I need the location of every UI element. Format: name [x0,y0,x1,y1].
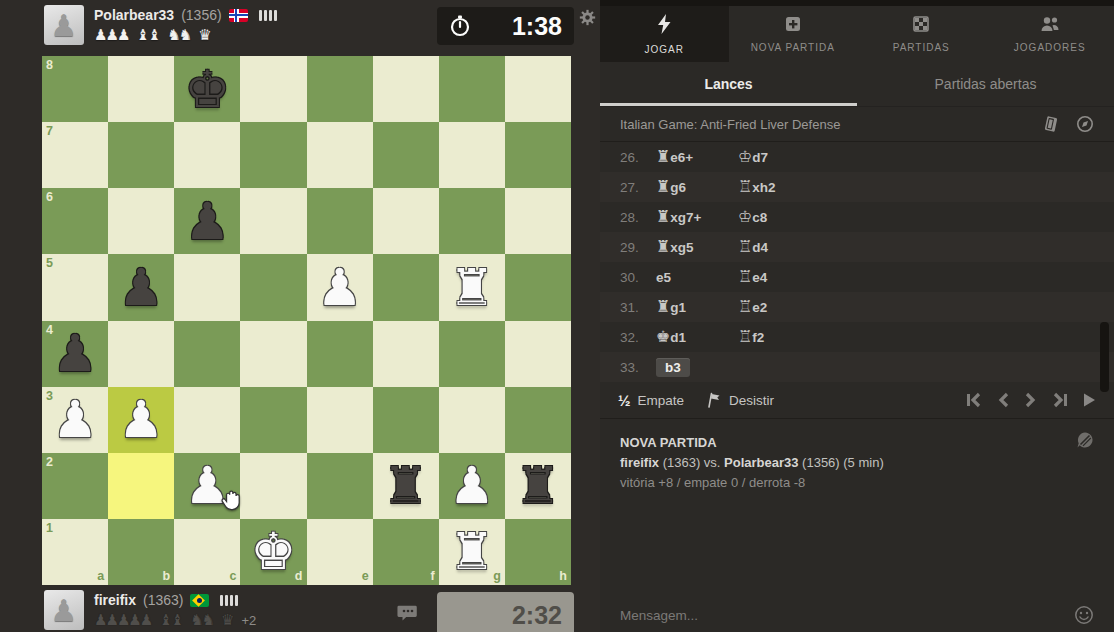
white-figurine-icon: ♜ [656,207,670,226]
white-rook-g1[interactable]: ♜ [439,519,505,585]
message-input[interactable]: Mensagem... [620,608,1074,623]
square-g1[interactable]: g♜ [439,519,505,585]
square-f8[interactable] [373,56,439,122]
square-h6[interactable] [505,188,571,254]
square-e4[interactable] [307,321,373,387]
square-e1[interactable]: e [307,519,373,585]
move-number: 29. [620,240,656,255]
square-d4[interactable] [240,321,306,387]
square-g4[interactable] [439,321,505,387]
chat-rating-line: vitória +8 / empate 0 / derrota -8 [620,475,1094,490]
square-f1[interactable]: f [373,519,439,585]
square-g8[interactable] [439,56,505,122]
half-point-icon: ½ [618,392,631,409]
black-move[interactable]: ♖d4 [738,239,820,255]
black-figurine-icon: ♔ [738,147,752,166]
brazil-flag-icon [190,594,209,607]
white-figurine-icon: ♜ [656,147,670,166]
tab-label: NOVA PARTIDA [751,42,835,53]
norway-flag-icon [229,9,248,22]
tab-partidas[interactable]: PARTIDAS [857,6,986,62]
white-figurine-icon: ♚ [656,327,670,346]
opening-book-icon[interactable] [1042,115,1060,133]
black-figurine-icon: ♖ [738,177,752,196]
square-g6[interactable] [439,188,505,254]
square-a7[interactable]: 7 [42,122,108,188]
square-b7[interactable] [108,122,174,188]
square-b2[interactable] [108,453,174,519]
white-move[interactable]: ♜xg5 [656,239,738,255]
hand-cursor-icon [219,487,245,517]
bottom-captured-pieces: ♟♟♟♟♟♝♝♞♞♛ [94,613,233,628]
chat-game-line: fireifix (1363) vs. Polarbear33 (1356) (… [620,455,1094,470]
captured-group: ♝♝ [136,28,159,43]
nav-autoplay-icon[interactable] [1082,392,1096,408]
move-navigation [966,392,1096,408]
square-g5[interactable]: ♜ [439,254,505,320]
top-player-name[interactable]: Polarbear33 [94,7,174,23]
square-e5[interactable]: ♟ [307,254,373,320]
sub-tabs: Lances Partidas abertas [600,62,1114,107]
file-label-a: a [97,570,104,583]
white-pawn-a3[interactable]: ♟ [42,387,108,453]
rank-label-5: 5 [46,257,53,270]
top-player-avatar[interactable]: ♟ [44,5,84,45]
move-row-29: 29.♜xg5♖d4 [600,232,1114,262]
top-captured-pieces: ♟♟♟♝♝♞♞♛ [94,28,210,43]
square-f4[interactable] [373,321,439,387]
white-figurine-icon: ♜ [656,297,670,316]
square-a5[interactable]: 5 [42,254,108,320]
players-icon [1040,16,1060,36]
square-d5[interactable] [240,254,306,320]
draw-offer-button[interactable]: ½ Empate [618,392,684,409]
message-input-row: Mensagem... [600,598,1114,632]
clock-icon [449,14,471,38]
captured-group: ♞♞ [190,613,213,628]
square-h4[interactable] [505,321,571,387]
white-figurine-icon: ♜ [656,177,670,196]
captured-group: ♟♟♟ [94,28,128,43]
top-clock-time: 1:38 [512,12,562,41]
move-row-33: 33.b3 [600,352,1114,382]
emoji-smiley-icon[interactable] [1074,605,1094,625]
file-label-c: c [229,570,236,583]
square-d7[interactable] [240,122,306,188]
game-controls: ½ Empate Desistir [600,382,1114,419]
move-row-32: 32.♚d1♖f2 [600,322,1114,352]
square-f2[interactable]: ♜ [373,453,439,519]
tab-lances[interactable]: Lances [600,62,857,106]
bottom-player-rating: (1363) [143,592,183,608]
white-move[interactable]: ♜g6 [656,179,738,195]
square-c6[interactable]: ♟ [174,188,240,254]
chat-game-header: NOVA PARTIDA [620,435,1094,450]
tab-partidas-abertas[interactable]: Partidas abertas [857,62,1114,106]
move-number: 26. [620,150,656,165]
captured-group: ♞♞ [167,28,190,43]
black-move[interactable]: ♔c8 [738,209,820,225]
square-g7[interactable] [439,122,505,188]
move-number: 32. [620,330,656,345]
black-pawn-c6[interactable]: ♟ [174,188,240,254]
move-row-30: 30.e5♖e4 [600,262,1114,292]
move-number: 33. [620,360,656,375]
square-b3[interactable]: ♟ [108,387,174,453]
square-c5[interactable] [174,254,240,320]
square-a4[interactable]: 4♟ [42,321,108,387]
tab-label: JOGAR [645,44,684,55]
square-h8[interactable] [505,56,571,122]
connection-bars-icon [259,10,277,21]
nav-prev-icon[interactable] [997,392,1010,408]
square-h2[interactable]: ♜ [505,453,571,519]
white-figurine-icon: ♜ [656,237,670,256]
white-move[interactable]: ♜g1 [656,299,738,315]
top-player-rating: (1356) [181,7,221,23]
square-b6[interactable] [108,188,174,254]
bottom-player-avatar[interactable]: ♟ [44,590,84,630]
square-g3[interactable] [439,387,505,453]
black-rook-h2[interactable]: ♜ [505,453,571,519]
nav-last-icon[interactable] [1051,392,1068,408]
square-a6[interactable]: 6 [42,188,108,254]
square-f7[interactable] [373,122,439,188]
move-number: 27. [620,180,656,195]
white-pawn-b3[interactable]: ♟ [108,387,174,453]
move-row-28: 28.♜xg7+♔c8 [600,202,1114,232]
white-move[interactable]: e5 [656,270,738,285]
bottom-clock-time: 2:32 [512,601,562,630]
white-rook-g5[interactable]: ♜ [439,254,505,320]
black-move[interactable]: ♖f2 [738,329,820,345]
square-e7[interactable] [307,122,373,188]
chat-mute-icon[interactable] [1076,431,1094,453]
side-panel: JOGARNOVA PARTIDAPARTIDASJOGADORES Lance… [600,0,1114,632]
square-c4[interactable] [174,321,240,387]
square-d8[interactable] [240,56,306,122]
square-d3[interactable] [240,387,306,453]
square-f3[interactable] [373,387,439,453]
white-move[interactable]: ♜e6+ [656,149,738,165]
opening-row: Italian Game: Anti-Fried Liver Defense [600,107,1114,142]
square-f5[interactable] [373,254,439,320]
square-d6[interactable] [240,188,306,254]
white-king-d1[interactable]: ♚ [240,519,306,585]
black-move[interactable]: ♔d7 [738,149,820,165]
square-b1[interactable]: b [108,519,174,585]
rank-label-7: 7 [46,125,53,138]
square-c1[interactable]: c [174,519,240,585]
bottom-player-clock: 2:32 [437,592,574,632]
move-number: 31. [620,300,656,315]
rank-label-1: 1 [46,522,53,535]
black-rook-f2[interactable]: ♜ [373,453,439,519]
rank-label-2: 2 [46,456,53,469]
captured-group: ♛ [221,613,232,628]
active-tab-underline [600,103,857,106]
plus-square-icon [785,16,801,36]
black-move[interactable]: ♖xh2 [738,179,820,195]
square-f6[interactable] [373,188,439,254]
square-h7[interactable] [505,122,571,188]
white-pawn-g2[interactable]: ♟ [439,453,505,519]
square-e8[interactable] [307,56,373,122]
move-list: 26.♜e6+♔d727.♜g6♖xh228.♜xg7+♔c829.♜xg5♖d… [600,142,1114,382]
white-move[interactable]: ♚d1 [656,329,738,345]
lightning-icon [657,14,672,38]
opening-name[interactable]: Italian Game: Anti-Fried Liver Defense [620,117,1032,132]
captured-group: ♝♝ [159,613,182,628]
black-move[interactable]: ♖e2 [738,299,820,315]
square-b4[interactable] [108,321,174,387]
tab-label: PARTIDAS [893,42,950,53]
bottom-player-name[interactable]: fireifix [94,592,136,608]
scrollbar-thumb[interactable] [1100,322,1109,392]
square-c3[interactable] [174,387,240,453]
chat-bubble-icon[interactable] [397,603,419,627]
square-a2[interactable]: 2 [42,453,108,519]
settings-gear-icon[interactable] [579,9,596,30]
black-figurine-icon: ♖ [738,237,752,256]
square-h3[interactable] [505,387,571,453]
black-figurine-icon: ♖ [738,267,752,286]
tab-jogadores[interactable]: JOGADORES [986,6,1114,62]
opening-explorer-icon[interactable] [1076,115,1094,133]
move-number: 28. [620,210,656,225]
move-row-27: 27.♜g6♖xh2 [600,172,1114,202]
black-pawn-a4[interactable]: ♟ [42,321,108,387]
material-advantage: +2 [242,613,257,628]
top-player-bar: ♟ Polarbear33 (1356) ♟♟♟♝♝♞♞♛ [44,5,277,45]
move-row-26: 26.♜e6+♔d7 [600,142,1114,172]
connection-bars-icon [220,595,238,606]
black-figurine-icon: ♖ [738,327,752,346]
tab-label: JOGADORES [1014,42,1086,53]
white-move[interactable]: b3 [656,358,738,377]
square-e3[interactable] [307,387,373,453]
file-label-b: b [163,570,171,583]
file-label-f: f [431,570,435,583]
black-figurine-icon: ♔ [738,207,752,226]
captured-group: ♛ [198,28,209,43]
resign-flag-icon [706,392,722,408]
top-player-clock: 1:38 [437,7,574,45]
black-pawn-b5[interactable]: ♟ [108,254,174,320]
square-h1[interactable]: h [505,519,571,585]
chat-area: NOVA PARTIDA fireifix (1363) vs. Polarbe… [600,419,1114,579]
square-a1[interactable]: 1a [42,519,108,585]
square-b8[interactable] [108,56,174,122]
square-b5[interactable]: ♟ [108,254,174,320]
rank-label-8: 8 [46,59,53,72]
square-a3[interactable]: 3♟ [42,387,108,453]
file-label-e: e [362,570,369,583]
nav-next-icon[interactable] [1024,392,1037,408]
resign-button[interactable]: Desistir [706,392,774,408]
nav-first-icon[interactable] [966,392,983,408]
tab-jogar[interactable]: JOGAR [600,6,729,62]
chess-board[interactable]: 8♚76♟5♟♟♜4♟3♟♟2♟♜♟♜1abcd♚efg♜h [42,56,571,585]
captured-group: ♟♟♟♟♟ [94,613,151,628]
move-row-31: 31.♜g1♖e2 [600,292,1114,322]
square-d2[interactable] [240,453,306,519]
square-a8[interactable]: 8 [42,56,108,122]
black-king-c8[interactable]: ♚ [174,56,240,122]
white-pawn-e5[interactable]: ♟ [307,254,373,320]
square-e2[interactable] [307,453,373,519]
square-d1[interactable]: d♚ [240,519,306,585]
chess-app-window: ♟ Polarbear33 (1356) ♟♟♟♝♝♞♞♛ 8♚76♟5♟♟♜4… [0,0,1114,632]
square-c8[interactable]: ♚ [174,56,240,122]
black-move[interactable]: ♖e4 [738,269,820,285]
bottom-player-bar: ♟ fireifix (1363) ♟♟♟♟♟♝♝♞♞♛ +2 [44,590,256,630]
square-g2[interactable]: ♟ [439,453,505,519]
square-c7[interactable] [174,122,240,188]
move-number: 30. [620,270,656,285]
white-move[interactable]: ♜xg7+ [656,209,738,225]
file-label-h: h [559,570,567,583]
main-tabs: JOGARNOVA PARTIDAPARTIDASJOGADORES [600,6,1114,62]
square-e6[interactable] [307,188,373,254]
black-figurine-icon: ♖ [738,297,752,316]
tab-nova-partida[interactable]: NOVA PARTIDA [729,6,858,62]
square-h5[interactable] [505,254,571,320]
checkerboard-icon [913,16,929,36]
rank-label-6: 6 [46,191,53,204]
